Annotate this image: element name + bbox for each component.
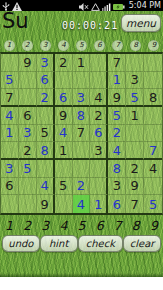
grid-cell-r6c5[interactable] (73, 142, 91, 160)
grid-cell-r9c8[interactable]: 7 (126, 195, 144, 213)
grid-cell-r7c7[interactable]: 8 (108, 160, 126, 178)
digit-button-4[interactable]: 4 (58, 40, 69, 51)
grid-cell-r1c7[interactable]: 7 (108, 54, 126, 72)
grid-cell-r7c5[interactable] (73, 160, 91, 178)
grid-cell-r3c1[interactable]: 7 (1, 89, 19, 107)
grid-cell-r5c8[interactable] (126, 125, 144, 143)
grid-cell-r9c7[interactable]: 6 (108, 195, 126, 213)
grid-cell-r3c2[interactable] (19, 89, 37, 107)
digit-button-2[interactable]: 2 (22, 40, 33, 51)
grid-cell-r2c4[interactable] (55, 72, 73, 90)
grid-cell-r1c5[interactable]: 1 (73, 54, 91, 72)
grid-cell-r7c2[interactable]: 5 (19, 160, 37, 178)
check-button[interactable]: check (78, 235, 124, 252)
grid-cell-r9c6[interactable]: 1 (90, 195, 108, 213)
grid-cell-r5c1[interactable]: 1 (1, 125, 19, 143)
grid-cell-r8c2[interactable] (19, 178, 37, 196)
clock-text: 5:04 PM (129, 0, 161, 11)
grid-cell-r4c9[interactable] (144, 107, 162, 125)
grid-cell-r6c8[interactable] (126, 142, 144, 160)
grid-cell-r1c2[interactable]: 9 (19, 54, 37, 72)
grid-cell-r2c7[interactable]: 1 (108, 72, 126, 90)
grid-cell-r6c2[interactable]: 2 (19, 142, 37, 160)
grid-cell-r5c9[interactable] (144, 125, 162, 143)
grid-cell-r3c5[interactable]: 3 (73, 89, 91, 107)
digit-button-5[interactable]: 5 (78, 218, 86, 233)
digit-button-9[interactable]: 9 (150, 218, 158, 233)
grid-cell-r2c8[interactable]: 3 (126, 72, 144, 90)
grid-cell-r1c1[interactable] (1, 54, 19, 72)
grid-cell-r4c5[interactable]: 8 (73, 107, 91, 125)
grid-cell-r2c6[interactable] (90, 72, 108, 90)
grid-cell-r5c6[interactable]: 6 (90, 125, 108, 143)
hint-button[interactable]: hint (40, 235, 78, 252)
grid-cell-r1c3[interactable]: 3 (37, 54, 55, 72)
grid-cell-r7c1[interactable]: 3 (1, 160, 19, 178)
grid-cell-r6c7[interactable]: 4 (108, 142, 126, 160)
grid-cell-r3c6[interactable]: 4 (90, 89, 108, 107)
grid-cell-r9c2[interactable] (19, 195, 37, 213)
grid-cell-r4c3[interactable] (37, 107, 55, 125)
grid-cell-r8c9[interactable] (144, 178, 162, 196)
digit-button-3[interactable]: 3 (41, 218, 49, 233)
menu-button[interactable]: menu (121, 14, 161, 32)
digit-button-3[interactable]: 3 (40, 40, 51, 51)
grid-cell-r6c4[interactable]: 1 (55, 142, 73, 160)
grid-cell-r1c9[interactable] (144, 54, 162, 72)
grid-cell-r1c8[interactable] (126, 54, 144, 72)
digit-button-2[interactable]: 2 (23, 218, 31, 233)
game-timer: 00:00:21 (62, 20, 118, 31)
grid-cell-r8c6[interactable] (90, 178, 108, 196)
grid-cell-r6c3[interactable]: 8 (37, 142, 55, 160)
grid-cell-r5c2[interactable]: 3 (19, 125, 37, 143)
grid-cell-r8c7[interactable]: 3 (108, 178, 126, 196)
grid-cell-r8c3[interactable]: 4 (37, 178, 55, 196)
grid-cell-r2c3[interactable]: 6 (37, 72, 55, 90)
grid-cell-r9c4[interactable] (55, 195, 73, 213)
grid-cell-r5c7[interactable]: 2 (108, 125, 126, 143)
grid-cell-r3c9[interactable]: 8 (144, 89, 162, 107)
grid-cell-r4c1[interactable]: 4 (1, 107, 19, 125)
grid-cell-r2c1[interactable]: 5 (1, 72, 19, 90)
digit-button-7[interactable]: 7 (114, 218, 122, 233)
grid-cell-r3c3[interactable]: 2 (37, 89, 55, 107)
grid-cell-r3c4[interactable]: 6 (55, 89, 73, 107)
grid-cell-r7c4[interactable] (55, 160, 73, 178)
digit-input-row: 123456789 (0, 216, 163, 234)
grid-cell-r4c4[interactable]: 9 (55, 107, 73, 125)
toolbar: undo hint check clear (0, 235, 163, 252)
grid-cell-r7c8[interactable]: 2 (126, 160, 144, 178)
grid-cell-r5c3[interactable]: 5 (37, 125, 55, 143)
grid-cell-r7c9[interactable]: 4 (144, 160, 162, 178)
sudoku-board: 9321756137263495846982511354762281347358… (0, 52, 163, 215)
digit-counter-row: 123456789 (0, 38, 163, 52)
grid-cell-r4c8[interactable]: 1 (126, 107, 144, 125)
grid-cell-r8c1[interactable]: 6 (1, 178, 19, 196)
grid-cell-r2c5[interactable] (73, 72, 91, 90)
grid-cell-r6c6[interactable]: 3 (90, 142, 108, 160)
grid-cell-r1c6[interactable] (90, 54, 108, 72)
grid-cell-r1c4[interactable]: 2 (55, 54, 73, 72)
digit-button-6[interactable]: 6 (96, 218, 104, 233)
grid-cell-r8c4[interactable]: 5 (55, 178, 73, 196)
undo-button[interactable]: undo (2, 235, 40, 252)
digit-button-1[interactable]: 1 (5, 218, 13, 233)
grid-cell-r6c1[interactable] (1, 142, 19, 160)
digit-button-4[interactable]: 4 (59, 218, 67, 233)
grid-cell-r2c2[interactable] (19, 72, 37, 90)
digit-button-5[interactable]: 5 (76, 40, 87, 51)
digit-button-8[interactable]: 8 (130, 40, 141, 51)
grid-cell-r4c7[interactable]: 5 (108, 107, 126, 125)
grid-cell-r8c5[interactable]: 2 (73, 178, 91, 196)
clear-button[interactable]: clear (123, 235, 161, 252)
grid-cell-r7c3[interactable] (37, 160, 55, 178)
grid-cell-r4c2[interactable]: 6 (19, 107, 37, 125)
digit-button-1[interactable]: 1 (4, 40, 15, 51)
grid-cell-r9c3[interactable]: 9 (37, 195, 55, 213)
grid-cell-r7c6[interactable] (90, 160, 108, 178)
app-header: Su 00:00:21 menu (0, 11, 163, 38)
grid-cell-r9c5[interactable]: 4 (73, 195, 91, 213)
grid-cell-r2c9[interactable] (144, 72, 162, 90)
digit-button-7[interactable]: 7 (112, 40, 123, 51)
grid-cell-r3c7[interactable]: 9 (108, 89, 126, 107)
grid-cell-r5c5[interactable]: 7 (73, 125, 91, 143)
grid-cell-r8c8[interactable]: 9 (126, 178, 144, 196)
digit-button-8[interactable]: 8 (132, 218, 140, 233)
grid-cell-r9c9[interactable]: 5 (144, 195, 162, 213)
digit-button-6[interactable]: 6 (94, 40, 105, 51)
grid-cell-r4c6[interactable]: 2 (90, 107, 108, 125)
digit-button-9[interactable]: 9 (148, 40, 159, 51)
phone-screen: 5:04 PM Su 00:00:21 menu 123456789 93217… (0, 0, 163, 277)
grid-cell-r6c9[interactable]: 7 (144, 142, 162, 160)
grid-cell-r3c8[interactable]: 5 (126, 89, 144, 107)
app-title: Su (2, 9, 29, 33)
grid-cell-r5c4[interactable]: 4 (55, 125, 73, 143)
grid-cell-r9c1[interactable] (1, 195, 19, 213)
